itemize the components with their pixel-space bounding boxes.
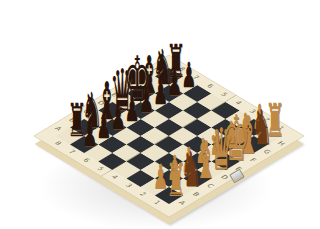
product-photo-scene: ABCDEFGH8♜♞♝♛♚♝♞♜87♟♟♟♟♟♟♟♟7665544332♟♟♟…: [0, 0, 320, 229]
piece-white-rook[interactable]: ♜: [166, 163, 183, 199]
piece-black-pawn[interactable]: ♟: [81, 120, 98, 148]
